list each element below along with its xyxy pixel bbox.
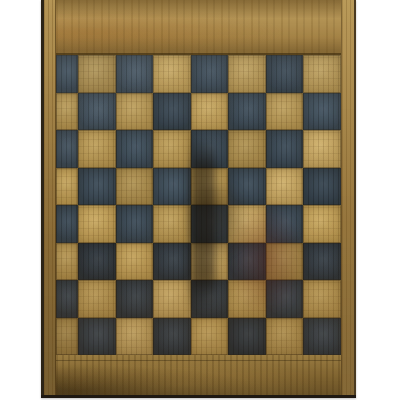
- square-r7c4[interactable]: [153, 280, 191, 318]
- square-r6c6[interactable]: [228, 243, 266, 281]
- square-r1c3[interactable]: [116, 55, 154, 93]
- square-r1c4[interactable]: [153, 55, 191, 93]
- square-r8c8[interactable]: [303, 318, 341, 356]
- frame-left-rail: [41, 0, 56, 395]
- square-r4c1[interactable]: [56, 168, 78, 206]
- square-r6c2[interactable]: [78, 243, 116, 281]
- square-r4c8[interactable]: [303, 168, 341, 206]
- square-r5c7[interactable]: [266, 205, 304, 243]
- square-r8c1[interactable]: [56, 318, 78, 356]
- square-r6c4[interactable]: [153, 243, 191, 281]
- square-r5c8[interactable]: [303, 205, 341, 243]
- square-r4c4[interactable]: [153, 168, 191, 206]
- square-r7c6[interactable]: [228, 280, 266, 318]
- square-r6c8[interactable]: [303, 243, 341, 281]
- square-r5c3[interactable]: [116, 205, 154, 243]
- square-r4c6[interactable]: [228, 168, 266, 206]
- square-r4c5[interactable]: [191, 168, 229, 206]
- square-r1c1[interactable]: [56, 55, 78, 93]
- square-r5c1[interactable]: [56, 205, 78, 243]
- frame-top-rail: [56, 0, 341, 55]
- square-r2c6[interactable]: [228, 93, 266, 131]
- square-r8c2[interactable]: [78, 318, 116, 356]
- square-r2c8[interactable]: [303, 93, 341, 131]
- square-r5c2[interactable]: [78, 205, 116, 243]
- square-r7c1[interactable]: [56, 280, 78, 318]
- square-r8c6[interactable]: [228, 318, 266, 356]
- checkerboard: [41, 0, 356, 398]
- square-r7c5[interactable]: [191, 280, 229, 318]
- square-r7c2[interactable]: [78, 280, 116, 318]
- square-r5c4[interactable]: [153, 205, 191, 243]
- square-r6c5[interactable]: [191, 243, 229, 281]
- square-r3c5[interactable]: [191, 130, 229, 168]
- square-r3c7[interactable]: [266, 130, 304, 168]
- square-r3c6[interactable]: [228, 130, 266, 168]
- square-r1c6[interactable]: [228, 55, 266, 93]
- square-r6c3[interactable]: [116, 243, 154, 281]
- square-r6c7[interactable]: [266, 243, 304, 281]
- square-r1c7[interactable]: [266, 55, 304, 93]
- square-r2c2[interactable]: [78, 93, 116, 131]
- square-r3c8[interactable]: [303, 130, 341, 168]
- square-r8c3[interactable]: [116, 318, 154, 356]
- square-r7c7[interactable]: [266, 280, 304, 318]
- square-r7c3[interactable]: [116, 280, 154, 318]
- frame-bottom-rail: [56, 352, 341, 395]
- square-r4c2[interactable]: [78, 168, 116, 206]
- square-r7c8[interactable]: [303, 280, 341, 318]
- square-r5c6[interactable]: [228, 205, 266, 243]
- square-r2c3[interactable]: [116, 93, 154, 131]
- board-photo: [0, 0, 400, 400]
- square-r8c5[interactable]: [191, 318, 229, 356]
- square-r1c2[interactable]: [78, 55, 116, 93]
- square-r1c8[interactable]: [303, 55, 341, 93]
- checkerboard-grid: [56, 55, 341, 355]
- square-r8c7[interactable]: [266, 318, 304, 356]
- square-r8c4[interactable]: [153, 318, 191, 356]
- square-r2c1[interactable]: [56, 93, 78, 131]
- square-r3c4[interactable]: [153, 130, 191, 168]
- frame-right-rail: [341, 0, 356, 395]
- square-r1c5[interactable]: [191, 55, 229, 93]
- square-r3c2[interactable]: [78, 130, 116, 168]
- square-r3c1[interactable]: [56, 130, 78, 168]
- square-r4c7[interactable]: [266, 168, 304, 206]
- square-r6c1[interactable]: [56, 243, 78, 281]
- square-r4c3[interactable]: [116, 168, 154, 206]
- square-r2c7[interactable]: [266, 93, 304, 131]
- square-r3c3[interactable]: [116, 130, 154, 168]
- square-r5c5[interactable]: [191, 205, 229, 243]
- square-r2c4[interactable]: [153, 93, 191, 131]
- square-r2c5[interactable]: [191, 93, 229, 131]
